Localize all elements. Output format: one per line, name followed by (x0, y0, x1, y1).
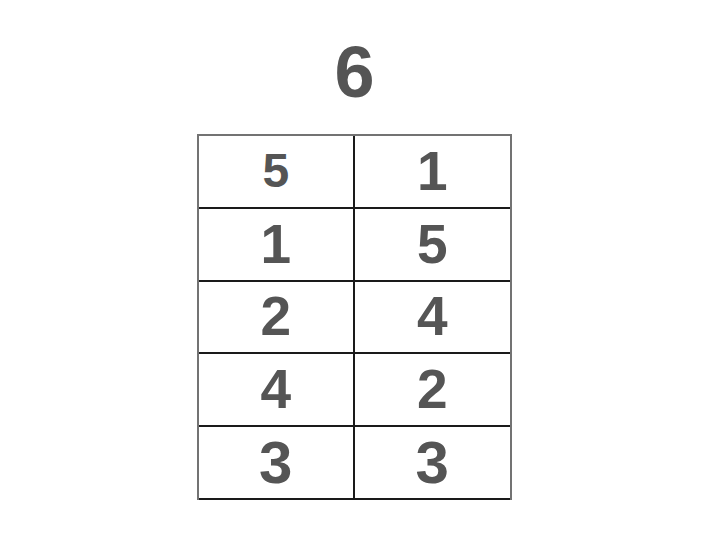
cell-r2c1: 1 (199, 209, 355, 282)
slide: 6 5 1 1 5 2 4 4 2 3 3 (0, 0, 720, 540)
cell-r5c1: 3 (199, 427, 355, 500)
cell-r3c1: 2 (199, 282, 355, 355)
cell-r5c2: 3 (355, 427, 511, 500)
target-sum-title: 6 (197, 36, 512, 108)
cell-r4c1: 4 (199, 354, 355, 427)
cell-r4c2: 2 (355, 354, 511, 427)
cell-r3c2: 4 (355, 282, 511, 355)
number-pairs-table: 5 1 1 5 2 4 4 2 3 3 (197, 134, 512, 500)
cell-r1c1: 5 (199, 136, 355, 209)
cell-r2c2: 5 (355, 209, 511, 282)
cell-r1c2: 1 (355, 136, 511, 209)
